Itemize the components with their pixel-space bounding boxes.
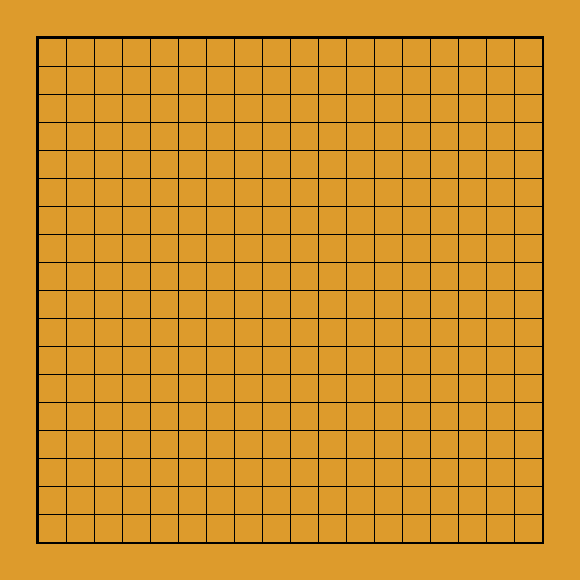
- go-board[interactable]: [0, 0, 580, 580]
- board-grid-lines: [38, 38, 543, 543]
